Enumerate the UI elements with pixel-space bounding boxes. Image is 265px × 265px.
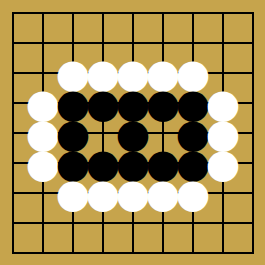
black-stone[interactable]: ●	[148, 88, 178, 118]
white-stone[interactable]: ●	[118, 178, 148, 208]
white-stone[interactable]: ●	[148, 178, 178, 208]
white-stone[interactable]: ●	[58, 178, 88, 208]
white-stone[interactable]: ●	[208, 148, 238, 178]
go-board[interactable]: ●●●●●●●●●●●●●●●●●●●●●●●●●●●●●	[0, 0, 265, 265]
white-stone[interactable]: ●	[88, 178, 118, 208]
black-stone[interactable]: ●	[88, 88, 118, 118]
vertical-grid-line	[162, 12, 164, 254]
white-stone[interactable]: ●	[28, 148, 58, 178]
horizontal-grid-line	[12, 252, 254, 254]
horizontal-grid-line	[12, 222, 254, 224]
white-stone[interactable]: ●	[178, 178, 208, 208]
vertical-grid-line	[252, 12, 254, 254]
